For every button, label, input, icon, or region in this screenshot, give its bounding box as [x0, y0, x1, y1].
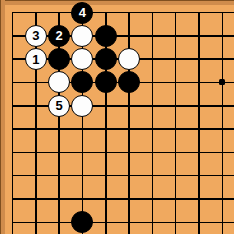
- go-stone-black: [95, 71, 117, 93]
- grid-line-vertical: [128, 12, 130, 234]
- go-stone-black: [48, 48, 70, 70]
- board-edge-left: [0, 0, 5, 234]
- go-stone-white-move-1: 1: [25, 48, 47, 70]
- grid-line-horizontal: [12, 222, 234, 224]
- go-stone-white-move-3: 3: [25, 25, 47, 47]
- go-stone-black: [95, 25, 117, 47]
- grid-line-horizontal: [12, 175, 234, 177]
- grid-line-vertical: [222, 12, 224, 234]
- grid-line-horizontal: [12, 105, 234, 107]
- grid-line-vertical: [152, 12, 154, 234]
- go-stone-white-move-5: 5: [48, 95, 70, 117]
- go-stone-white: [48, 71, 70, 93]
- go-stone-white: [118, 48, 140, 70]
- go-stone-white: [71, 48, 93, 70]
- go-stone-white: [71, 25, 93, 47]
- grid-line-vertical: [175, 12, 177, 234]
- go-stone-black: [95, 48, 117, 70]
- grid-line-horizontal: [12, 152, 234, 154]
- go-diagram: 43215: [0, 0, 234, 234]
- grid-line-horizontal: [12, 12, 234, 14]
- board-edge-top: [0, 0, 234, 5]
- grid-line-vertical: [12, 12, 14, 234]
- go-stone-white: [71, 95, 93, 117]
- star-point: [219, 79, 225, 85]
- go-stone-black-move-2: 2: [48, 25, 70, 47]
- grid-line-horizontal: [12, 198, 234, 200]
- grid-line-vertical: [198, 12, 200, 234]
- go-stone-black: [118, 71, 140, 93]
- grid-line-horizontal: [12, 128, 234, 130]
- go-stone-black: [71, 71, 93, 93]
- go-stone-black: [71, 211, 93, 233]
- go-stone-black-move-4: 4: [71, 2, 93, 24]
- go-board[interactable]: 43215: [0, 0, 234, 234]
